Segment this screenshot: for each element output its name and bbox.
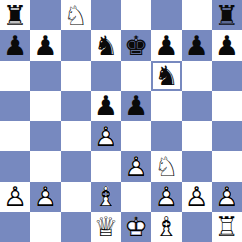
black-knight-icon[interactable]: ♞ (151, 61, 181, 91)
black-pawn-icon[interactable]: ♟ (151, 30, 181, 60)
white-pawn-icon[interactable]: ♙ (151, 182, 181, 212)
square-f1[interactable]: ♝♗ (151, 212, 181, 242)
square-c2[interactable] (61, 182, 91, 212)
square-d3[interactable] (91, 151, 121, 181)
white-pawn-icon[interactable]: ♙ (182, 182, 212, 212)
square-d8[interactable] (91, 0, 121, 30)
white-knight-icon[interactable]: ♘ (61, 0, 91, 30)
square-a1[interactable] (0, 212, 30, 242)
square-f5[interactable] (151, 91, 181, 121)
square-a2[interactable]: ♟♙ (0, 182, 30, 212)
square-c1[interactable] (61, 212, 91, 242)
black-rook-icon[interactable]: ♜ (0, 0, 30, 30)
square-c8[interactable]: ♞♘ (61, 0, 91, 30)
square-g7[interactable]: ♟ (182, 30, 212, 60)
square-h1[interactable]: ♜♖ (212, 212, 242, 242)
square-a5[interactable] (0, 91, 30, 121)
square-a6[interactable] (0, 61, 30, 91)
square-g5[interactable] (182, 91, 212, 121)
square-h2[interactable]: ♟♙ (212, 182, 242, 212)
square-f7[interactable]: ♟ (151, 30, 181, 60)
square-f3[interactable]: ♞♘ (151, 151, 181, 181)
black-pawn-icon[interactable]: ♟ (212, 30, 242, 60)
square-d2[interactable]: ♝♗ (91, 182, 121, 212)
square-b6[interactable] (30, 61, 60, 91)
square-h8[interactable]: ♜ (212, 0, 242, 30)
white-king-icon[interactable]: ♔ (121, 212, 151, 242)
white-pawn-icon[interactable]: ♙ (0, 182, 30, 212)
square-f8[interactable] (151, 0, 181, 30)
white-pawn-icon[interactable]: ♙ (121, 151, 151, 181)
square-c5[interactable] (61, 91, 91, 121)
square-c4[interactable] (61, 121, 91, 151)
square-g6[interactable] (182, 61, 212, 91)
square-e3[interactable]: ♟♙ (121, 151, 151, 181)
square-d6[interactable] (91, 61, 121, 91)
white-knight-icon[interactable]: ♘ (151, 151, 181, 181)
black-pawn-icon[interactable]: ♟ (0, 30, 30, 60)
square-f4[interactable] (151, 121, 181, 151)
square-g4[interactable] (182, 121, 212, 151)
square-a3[interactable] (0, 151, 30, 181)
square-e6[interactable] (121, 61, 151, 91)
chess-board: ♜♞♘♜♟♟♞♚♟♟♟♞♟♟♟♙♟♙♞♘♟♙♟♙♝♗♟♙♟♙♟♙♛♕♚♔♝♗♜♖ (0, 0, 242, 242)
black-pawn-icon[interactable]: ♟ (182, 30, 212, 60)
white-pawn-icon[interactable]: ♙ (212, 182, 242, 212)
square-c6[interactable] (61, 61, 91, 91)
square-h3[interactable] (212, 151, 242, 181)
white-pawn-icon[interactable]: ♙ (91, 121, 121, 151)
square-a8[interactable]: ♜ (0, 0, 30, 30)
square-a4[interactable] (0, 121, 30, 151)
square-d7[interactable]: ♞ (91, 30, 121, 60)
square-h4[interactable] (212, 121, 242, 151)
square-f6[interactable]: ♞ (151, 61, 181, 91)
square-e2[interactable] (121, 182, 151, 212)
square-c3[interactable] (61, 151, 91, 181)
white-queen-icon[interactable]: ♕ (91, 212, 121, 242)
square-f2[interactable]: ♟♙ (151, 182, 181, 212)
square-g3[interactable] (182, 151, 212, 181)
square-d1[interactable]: ♛♕ (91, 212, 121, 242)
square-e8[interactable] (121, 0, 151, 30)
square-g8[interactable] (182, 0, 212, 30)
white-pawn-icon[interactable]: ♙ (30, 182, 60, 212)
square-e1[interactable]: ♚♔ (121, 212, 151, 242)
square-e7[interactable]: ♚ (121, 30, 151, 60)
square-g1[interactable] (182, 212, 212, 242)
black-king-icon[interactable]: ♚ (121, 30, 151, 60)
black-rook-icon[interactable]: ♜ (212, 0, 242, 30)
square-b2[interactable]: ♟♙ (30, 182, 60, 212)
white-rook-icon[interactable]: ♖ (212, 212, 242, 242)
square-h7[interactable]: ♟ (212, 30, 242, 60)
square-g2[interactable]: ♟♙ (182, 182, 212, 212)
white-bishop-icon[interactable]: ♗ (91, 182, 121, 212)
square-b5[interactable] (30, 91, 60, 121)
square-b3[interactable] (30, 151, 60, 181)
square-c7[interactable] (61, 30, 91, 60)
white-bishop-icon[interactable]: ♗ (151, 212, 181, 242)
square-d4[interactable]: ♟♙ (91, 121, 121, 151)
square-e4[interactable] (121, 121, 151, 151)
black-knight-icon[interactable]: ♞ (91, 30, 121, 60)
square-b7[interactable]: ♟ (30, 30, 60, 60)
square-b4[interactable] (30, 121, 60, 151)
square-b8[interactable] (30, 0, 60, 30)
square-b1[interactable] (30, 212, 60, 242)
black-pawn-icon[interactable]: ♟ (91, 91, 121, 121)
square-h6[interactable] (212, 61, 242, 91)
square-e5[interactable]: ♟ (121, 91, 151, 121)
square-d5[interactable]: ♟ (91, 91, 121, 121)
square-h5[interactable] (212, 91, 242, 121)
black-pawn-icon[interactable]: ♟ (30, 30, 60, 60)
black-pawn-icon[interactable]: ♟ (121, 91, 151, 121)
square-a7[interactable]: ♟ (0, 30, 30, 60)
